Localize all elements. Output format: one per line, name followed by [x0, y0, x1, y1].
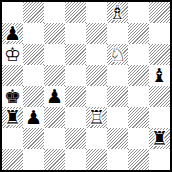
square-d4: [65, 86, 86, 107]
white-rook: ♜♖: [86, 107, 107, 128]
square-e3: ♜♖: [86, 107, 107, 128]
square-a8: [2, 2, 23, 23]
square-d6: [65, 44, 86, 65]
square-g3: [128, 107, 149, 128]
square-a1: [2, 149, 23, 170]
square-g6: [128, 44, 149, 65]
square-e2: [86, 128, 107, 149]
square-f7: [107, 23, 128, 44]
chessboard-frame: ♝♗♟♟♚♔♞♘♝♝♚♚♟♟♜♜♟♟♜♖♜♜: [0, 0, 172, 172]
square-g1: [128, 149, 149, 170]
square-b2: [23, 128, 44, 149]
square-d2: [65, 128, 86, 149]
black-pawn: ♟♟: [44, 86, 65, 107]
square-b8: [23, 2, 44, 23]
black-king-glyph: ♚: [2, 86, 23, 107]
white-knight-glyph: ♘: [107, 44, 128, 65]
square-f3: [107, 107, 128, 128]
square-e8: [86, 2, 107, 23]
square-b3: ♟♟: [23, 107, 44, 128]
black-bishop-glyph: ♝: [149, 65, 170, 86]
square-d3: [65, 107, 86, 128]
white-king: ♚♔: [2, 44, 23, 65]
square-h5: ♝♝: [149, 65, 170, 86]
white-bishop: ♝♗: [107, 2, 128, 23]
square-h8: [149, 2, 170, 23]
square-c5: [44, 65, 65, 86]
square-c7: [44, 23, 65, 44]
square-h1: [149, 149, 170, 170]
square-g5: [128, 65, 149, 86]
black-rook-glyph: ♜: [2, 107, 23, 128]
square-g8: [128, 2, 149, 23]
white-rook-glyph: ♖: [86, 107, 107, 128]
square-b5: [23, 65, 44, 86]
square-g2: [128, 128, 149, 149]
square-c3: [44, 107, 65, 128]
square-f1: [107, 149, 128, 170]
square-b4: [23, 86, 44, 107]
square-f6: ♞♘: [107, 44, 128, 65]
black-pawn: ♟♟: [2, 23, 23, 44]
black-pawn: ♟♟: [23, 107, 44, 128]
square-a3: ♜♜: [2, 107, 23, 128]
white-bishop-glyph: ♗: [107, 2, 128, 23]
black-pawn-glyph: ♟: [2, 23, 23, 44]
square-d5: [65, 65, 86, 86]
square-e1: [86, 149, 107, 170]
square-a2: [2, 128, 23, 149]
black-pawn-glyph: ♟: [44, 86, 65, 107]
square-a7: ♟♟: [2, 23, 23, 44]
square-a5: [2, 65, 23, 86]
black-bishop: ♝♝: [149, 65, 170, 86]
square-h3: [149, 107, 170, 128]
square-e4: [86, 86, 107, 107]
white-king-glyph: ♔: [2, 44, 23, 65]
square-a4: ♚♚: [2, 86, 23, 107]
black-rook: ♜♜: [149, 128, 170, 149]
square-h7: [149, 23, 170, 44]
square-b6: [23, 44, 44, 65]
square-e7: [86, 23, 107, 44]
square-d1: [65, 149, 86, 170]
square-c8: [44, 2, 65, 23]
black-pawn-glyph: ♟: [23, 107, 44, 128]
square-h6: [149, 44, 170, 65]
square-e5: [86, 65, 107, 86]
square-b1: [23, 149, 44, 170]
white-knight: ♞♘: [107, 44, 128, 65]
square-g7: [128, 23, 149, 44]
square-h4: [149, 86, 170, 107]
square-d7: [65, 23, 86, 44]
black-rook-glyph: ♜: [149, 128, 170, 149]
square-b7: [23, 23, 44, 44]
square-g4: [128, 86, 149, 107]
square-e6: [86, 44, 107, 65]
square-f5: [107, 65, 128, 86]
square-a6: ♚♔: [2, 44, 23, 65]
square-c1: [44, 149, 65, 170]
black-king: ♚♚: [2, 86, 23, 107]
square-c4: ♟♟: [44, 86, 65, 107]
black-rook: ♜♜: [2, 107, 23, 128]
square-f4: [107, 86, 128, 107]
square-d8: [65, 2, 86, 23]
square-c2: [44, 128, 65, 149]
chessboard: ♝♗♟♟♚♔♞♘♝♝♚♚♟♟♜♜♟♟♜♖♜♜: [2, 2, 170, 170]
square-f2: [107, 128, 128, 149]
square-f8: ♝♗: [107, 2, 128, 23]
square-c6: [44, 44, 65, 65]
square-h2: ♜♜: [149, 128, 170, 149]
